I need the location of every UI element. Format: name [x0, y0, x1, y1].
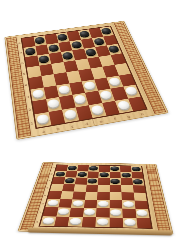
square [136, 218, 151, 228]
square [85, 192, 98, 200]
checker-piece-white [42, 217, 55, 223]
square [121, 192, 134, 200]
checker-piece-white [136, 210, 148, 216]
checker-piece-black [77, 172, 87, 176]
checker-piece-black [99, 172, 108, 176]
square [109, 208, 122, 217]
checker-piece-white [58, 208, 70, 214]
square [82, 217, 96, 227]
square [133, 193, 146, 201]
square [123, 218, 137, 228]
square [122, 209, 136, 218]
square [109, 200, 122, 209]
square [95, 217, 109, 227]
square [97, 192, 109, 200]
checker-piece-white [84, 209, 95, 215]
square [109, 217, 123, 227]
playing-area [38, 164, 152, 228]
square [84, 199, 97, 208]
checker-piece-black [133, 179, 143, 183]
checker-piece-white [97, 218, 108, 224]
checkers-board-bottom-view: 87654321 abcdefgh [0, 3, 188, 231]
checker-piece-black [121, 173, 130, 177]
checker-piece-black [88, 178, 98, 182]
square [72, 192, 85, 200]
square [109, 192, 121, 200]
square [134, 200, 148, 209]
checker-piece-black [111, 166, 120, 170]
checker-piece-black [68, 166, 77, 170]
checker-piece-white [123, 201, 134, 206]
square [96, 208, 109, 217]
checker-piece-black [132, 167, 141, 171]
square [69, 208, 83, 217]
square [71, 199, 85, 208]
checker-piece-black [111, 179, 120, 183]
square [122, 200, 135, 209]
checker-piece-white [111, 209, 122, 215]
checker-piece-white [98, 201, 108, 206]
checker-piece-white [124, 219, 136, 225]
square [68, 217, 83, 227]
checker-piece-white [72, 200, 83, 205]
square [135, 209, 149, 218]
square [83, 208, 97, 217]
checkers-board: 87654321 abcdefgh [17, 162, 173, 234]
checker-piece-white [47, 200, 59, 205]
checker-piece-white [69, 218, 81, 224]
checker-piece-black [55, 172, 65, 176]
checker-piece-black [89, 166, 98, 170]
product-photo-canvas: 87654321 abcdefgh 87654321 abcdefgh [0, 0, 188, 250]
checker-piece-black [65, 178, 75, 182]
square [97, 200, 110, 209]
